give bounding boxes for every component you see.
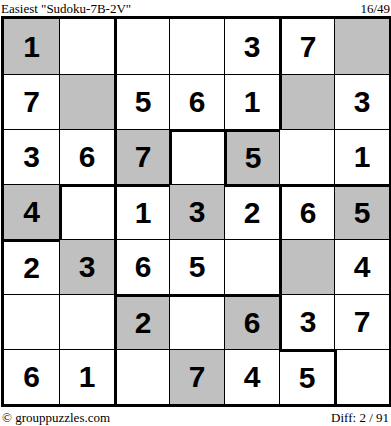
given-digit: 3 [79, 252, 96, 282]
cell-r3c6[interactable] [279, 129, 334, 184]
cell-r3c7[interactable]: 1 [334, 129, 389, 184]
given-digit: 5 [245, 143, 262, 173]
cell-r3c3[interactable]: 7 [114, 129, 169, 184]
cell-r5c5[interactable] [224, 239, 279, 294]
given-digit: 3 [189, 197, 206, 227]
cell-r1c5[interactable]: 3 [224, 19, 279, 74]
given-digit: 7 [189, 362, 206, 392]
given-digit: 5 [299, 363, 316, 393]
cell-r1c7[interactable] [334, 19, 389, 74]
cell-r6c1[interactable] [4, 294, 59, 349]
given-digit: 3 [300, 307, 317, 337]
cell-r7c2[interactable]: 1 [59, 349, 114, 404]
cell-r4c4[interactable]: 3 [169, 184, 224, 239]
cell-r6c3[interactable]: 2 [114, 294, 169, 349]
cell-r1c1[interactable]: 1 [4, 19, 59, 74]
cell-r2c3[interactable]: 5 [114, 74, 169, 129]
header: Easiest "Sudoku-7B-2V" 16/49 [0, 0, 391, 16]
cell-r4c7[interactable]: 5 [334, 184, 389, 239]
given-digit: 1 [244, 87, 261, 117]
given-digit: 6 [135, 252, 152, 282]
cell-r4c1[interactable]: 4 [4, 184, 59, 239]
given-digit: 7 [135, 142, 152, 172]
cell-r2c2[interactable] [59, 74, 114, 129]
cell-r6c6[interactable]: 3 [279, 294, 334, 349]
cell-r7c5[interactable]: 4 [224, 349, 279, 404]
given-digit: 2 [23, 253, 40, 283]
cell-r4c5[interactable]: 2 [224, 184, 279, 239]
given-digit: 5 [354, 198, 371, 228]
cell-r1c3[interactable] [114, 19, 169, 74]
given-digit: 6 [189, 87, 206, 117]
given-digit: 6 [244, 308, 261, 338]
given-digit: 2 [135, 308, 152, 338]
cell-r5c6[interactable] [279, 239, 334, 294]
cell-r6c2[interactable] [59, 294, 114, 349]
cell-r6c4[interactable] [169, 294, 224, 349]
cell-r1c6[interactable]: 7 [279, 19, 334, 74]
cell-r2c6[interactable] [279, 74, 334, 129]
cell-r5c4[interactable]: 5 [169, 239, 224, 294]
given-digit: 6 [23, 362, 40, 392]
cell-r1c4[interactable] [169, 19, 224, 74]
given-digit: 4 [354, 252, 371, 282]
cell-r5c2[interactable]: 3 [59, 239, 114, 294]
cell-r7c6[interactable]: 5 [279, 349, 334, 404]
cell-r5c3[interactable]: 6 [114, 239, 169, 294]
puzzle-page: Easiest "Sudoku-7B-2V" 16/49 13775613367… [0, 0, 391, 426]
cell-r5c7[interactable]: 4 [334, 239, 389, 294]
given-digit: 3 [23, 142, 40, 172]
sudoku-board[interactable]: 137756133675141326523654263761745 [1, 16, 391, 407]
cell-r4c3[interactable]: 1 [114, 184, 169, 239]
cell-r7c3[interactable] [114, 349, 169, 404]
cell-r3c1[interactable]: 3 [4, 129, 59, 184]
given-digit: 7 [23, 87, 40, 117]
given-digit: 1 [79, 362, 96, 392]
given-digit: 1 [354, 142, 371, 172]
cell-r7c4[interactable]: 7 [169, 349, 224, 404]
given-digit: 4 [23, 197, 40, 227]
difficulty-text: Diff: 2 / 91 [331, 410, 389, 426]
cell-r3c2[interactable]: 6 [59, 129, 114, 184]
given-digit: 6 [300, 198, 317, 228]
cell-r3c5[interactable]: 5 [224, 129, 279, 184]
cell-r2c5[interactable]: 1 [224, 74, 279, 129]
given-digit: 7 [300, 32, 317, 62]
given-digit: 3 [244, 32, 261, 62]
puzzle-title: Easiest "Sudoku-7B-2V" [1, 1, 131, 16]
cell-r2c7[interactable]: 3 [334, 74, 389, 129]
cell-r6c7[interactable]: 7 [334, 294, 389, 349]
cell-r4c2[interactable] [59, 184, 114, 239]
empty-cell-counter: 16/49 [360, 1, 390, 16]
given-digit: 5 [189, 252, 206, 282]
cell-r3c4[interactable] [169, 129, 224, 184]
cell-r5c1[interactable]: 2 [4, 239, 59, 294]
given-digit: 6 [79, 142, 96, 172]
given-digit: 4 [244, 362, 261, 392]
given-digit: 2 [244, 198, 261, 228]
given-digit: 7 [354, 307, 371, 337]
given-digit: 5 [135, 87, 152, 117]
footer: © grouppuzzles.com Diff: 2 / 91 [0, 407, 391, 426]
copyright-text: © grouppuzzles.com [2, 410, 110, 426]
cell-r6c5[interactable]: 6 [224, 294, 279, 349]
cell-r2c4[interactable]: 6 [169, 74, 224, 129]
given-digit: 3 [354, 87, 371, 117]
cell-r7c7[interactable] [334, 349, 389, 404]
given-digit: 1 [135, 198, 152, 228]
cell-r1c2[interactable] [59, 19, 114, 74]
cell-r4c6[interactable]: 6 [279, 184, 334, 239]
given-digit: 1 [23, 32, 40, 62]
cell-r7c1[interactable]: 6 [4, 349, 59, 404]
cell-r2c1[interactable]: 7 [4, 74, 59, 129]
